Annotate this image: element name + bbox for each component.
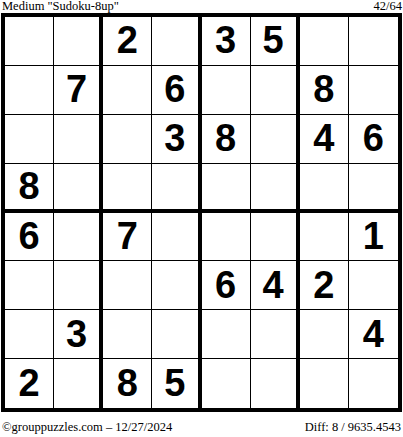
cell-r2c1-empty[interactable] bbox=[5, 66, 54, 115]
cell-r5c5-empty[interactable] bbox=[202, 213, 251, 262]
cell-r2c6-empty[interactable] bbox=[251, 66, 300, 115]
cell-r6c8-empty[interactable] bbox=[349, 261, 398, 310]
cell-r7c3-empty[interactable] bbox=[103, 310, 152, 359]
cell-r4c5-empty[interactable] bbox=[202, 164, 251, 213]
cell-r2c7-given: 8 bbox=[300, 66, 349, 115]
cell-r6c1-empty[interactable] bbox=[5, 261, 54, 310]
cell-r1c2-empty[interactable] bbox=[54, 17, 103, 66]
cell-r5c3-given: 7 bbox=[103, 213, 152, 262]
cell-r1c3-given: 2 bbox=[103, 17, 152, 66]
cell-r3c4-given: 3 bbox=[152, 115, 201, 164]
cell-r8c8-empty[interactable] bbox=[349, 359, 398, 408]
copyright-text: ©grouppuzzles.com – 12/27/2024 bbox=[2, 421, 172, 434]
cell-r8c2-empty[interactable] bbox=[54, 359, 103, 408]
cell-counter: 42/64 bbox=[374, 0, 402, 12]
cell-r4c3-empty[interactable] bbox=[103, 164, 152, 213]
cell-r7c2-given: 3 bbox=[54, 310, 103, 359]
cell-r6c6-given: 4 bbox=[251, 261, 300, 310]
cell-r2c8-empty[interactable] bbox=[349, 66, 398, 115]
cell-r3c6-empty[interactable] bbox=[251, 115, 300, 164]
cell-r6c2-empty[interactable] bbox=[54, 261, 103, 310]
cell-r7c6-empty[interactable] bbox=[251, 310, 300, 359]
cell-r2c4-given: 6 bbox=[152, 66, 201, 115]
cell-r3c7-given: 4 bbox=[300, 115, 349, 164]
cell-r4c2-empty[interactable] bbox=[54, 164, 103, 213]
cell-r6c7-given: 2 bbox=[300, 261, 349, 310]
cell-r1c1-empty[interactable] bbox=[5, 17, 54, 66]
cell-r1c4-empty[interactable] bbox=[152, 17, 201, 66]
cell-r3c5-given: 8 bbox=[202, 115, 251, 164]
cell-r8c6-empty[interactable] bbox=[251, 359, 300, 408]
cell-r3c3-empty[interactable] bbox=[103, 115, 152, 164]
cell-r8c1-given: 2 bbox=[5, 359, 54, 408]
cell-r5c6-empty[interactable] bbox=[251, 213, 300, 262]
page-footer: ©grouppuzzles.com – 12/27/2024 Diff: 8 /… bbox=[0, 421, 403, 434]
cell-r4c6-empty[interactable] bbox=[251, 164, 300, 213]
cell-r7c5-empty[interactable] bbox=[202, 310, 251, 359]
cell-r7c7-empty[interactable] bbox=[300, 310, 349, 359]
cell-r1c7-empty[interactable] bbox=[300, 17, 349, 66]
cell-r6c4-empty[interactable] bbox=[152, 261, 201, 310]
cell-r4c8-empty[interactable] bbox=[349, 164, 398, 213]
cell-r2c5-empty[interactable] bbox=[202, 66, 251, 115]
sudoku-board: 2357683846867164234285 bbox=[1, 13, 402, 412]
cell-r4c7-empty[interactable] bbox=[300, 164, 349, 213]
cell-r2c2-given: 7 bbox=[54, 66, 103, 115]
cell-r1c8-empty[interactable] bbox=[349, 17, 398, 66]
difficulty-text: Diff: 8 / 9635.4543 bbox=[305, 421, 401, 434]
cell-r1c6-given: 5 bbox=[251, 17, 300, 66]
cell-r8c4-given: 5 bbox=[152, 359, 201, 408]
cell-r8c3-given: 8 bbox=[103, 359, 152, 408]
cell-r5c7-empty[interactable] bbox=[300, 213, 349, 262]
cell-r7c4-empty[interactable] bbox=[152, 310, 201, 359]
cell-r3c2-empty[interactable] bbox=[54, 115, 103, 164]
cell-r5c4-empty[interactable] bbox=[152, 213, 201, 262]
cell-r3c8-given: 6 bbox=[349, 115, 398, 164]
cell-r4c1-given: 8 bbox=[5, 164, 54, 213]
cell-r7c1-empty[interactable] bbox=[5, 310, 54, 359]
cell-r5c8-given: 1 bbox=[349, 213, 398, 262]
cell-r8c7-empty[interactable] bbox=[300, 359, 349, 408]
cell-r6c3-empty[interactable] bbox=[103, 261, 152, 310]
cell-r8c5-empty[interactable] bbox=[202, 359, 251, 408]
cell-r3c1-empty[interactable] bbox=[5, 115, 54, 164]
cell-r7c8-given: 4 bbox=[349, 310, 398, 359]
cell-r6c5-given: 6 bbox=[202, 261, 251, 310]
cell-r1c5-given: 3 bbox=[202, 17, 251, 66]
cell-r5c1-given: 6 bbox=[5, 213, 54, 262]
page-header: Medium "Sudoku-8up" 42/64 bbox=[0, 0, 403, 13]
cell-r4c4-empty[interactable] bbox=[152, 164, 201, 213]
puzzle-title: Medium "Sudoku-8up" bbox=[2, 0, 119, 12]
cell-r5c2-empty[interactable] bbox=[54, 213, 103, 262]
cell-r2c3-empty[interactable] bbox=[103, 66, 152, 115]
